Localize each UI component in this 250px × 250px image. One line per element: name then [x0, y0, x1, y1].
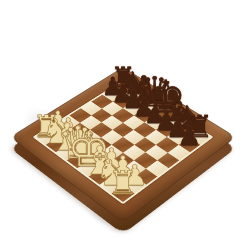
chess-set-photo: ♜♞♟♝♟♛♟♚♟♝♟♞♟♟♜♟♟♜♟♟♞♟♝♟♛♟♚♟♝♟♞♜: [0, 0, 250, 250]
white-rook[interactable]: ♜: [108, 166, 137, 199]
black-pawn[interactable]: ♟: [177, 122, 201, 149]
pieces-layer: ♜♞♟♝♟♛♟♚♟♝♟♞♟♟♜♟♟♜♟♟♞♟♝♟♛♟♚♟♝♟♞♜: [0, 0, 250, 250]
